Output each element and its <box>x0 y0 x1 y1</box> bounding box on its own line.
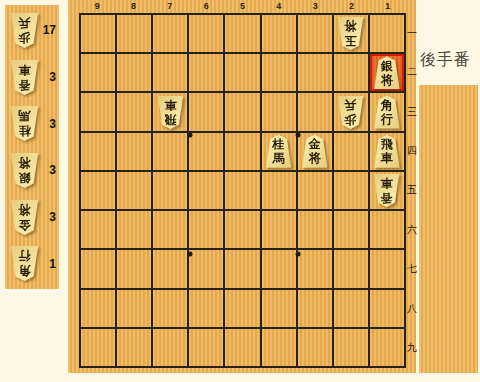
square-4-2[interactable] <box>262 54 296 91</box>
turn-indicator: 後手番 <box>420 50 480 71</box>
gote-rook-piece[interactable]: 飛車 <box>157 96 184 129</box>
square-2-8[interactable] <box>334 290 368 327</box>
file-label-2: 2 <box>333 0 369 12</box>
square-2-5[interactable] <box>334 172 368 209</box>
square-6-9[interactable] <box>189 329 223 366</box>
piece-kanji: 馬 <box>273 151 285 165</box>
square-7-5[interactable] <box>153 172 187 209</box>
square-8-7[interactable] <box>117 250 151 287</box>
piece-kanji: 将 <box>19 203 31 217</box>
square-3-2[interactable] <box>298 54 332 91</box>
square-5-2[interactable] <box>225 54 259 91</box>
square-5-7[interactable] <box>225 250 259 287</box>
square-9-2[interactable] <box>81 54 115 91</box>
rank-label-1: 一 <box>406 13 418 52</box>
piece-face: 銀将 <box>373 56 400 89</box>
file-label-9: 9 <box>79 0 115 12</box>
piece-face: 角行 <box>10 246 39 281</box>
gote-gyoku-king-piece[interactable]: 玉将 <box>337 17 364 50</box>
square-8-3[interactable] <box>117 93 151 130</box>
piece-kanji: 歩 <box>19 30 31 44</box>
square-9-6[interactable] <box>81 211 115 248</box>
piece-face: 歩兵 <box>337 96 364 129</box>
square-4-9[interactable] <box>262 329 296 366</box>
square-4-6[interactable] <box>262 211 296 248</box>
square-2-7[interactable] <box>334 250 368 287</box>
square-7-8[interactable] <box>153 290 187 327</box>
rank-label-2: 二 <box>406 52 418 91</box>
square-5-6[interactable] <box>225 211 259 248</box>
square-6-7[interactable] <box>189 250 223 287</box>
square-1-8[interactable] <box>370 290 404 327</box>
square-1-9[interactable] <box>370 329 404 366</box>
rank-label-8: 八 <box>406 289 418 328</box>
square-7-9[interactable] <box>153 329 187 366</box>
square-7-7[interactable] <box>153 250 187 287</box>
square-4-1[interactable] <box>262 15 296 52</box>
piece-face: 銀将 <box>10 153 39 188</box>
piece-kanji: 玉 <box>345 34 357 48</box>
gote-silver-general-piece[interactable]: 銀将 <box>10 153 39 188</box>
piece-face: 金将 <box>301 135 328 168</box>
square-1-1[interactable] <box>370 15 404 52</box>
hand-entry-lance[interactable]: 香車3 <box>5 54 59 101</box>
piece-kanji: 金 <box>19 217 31 231</box>
square-2-9[interactable] <box>334 329 368 366</box>
piece-face: 玉将 <box>337 17 364 50</box>
gote-lance-piece[interactable]: 香車 <box>373 174 400 207</box>
square-5-5[interactable] <box>225 172 259 209</box>
rank-label-4: 四 <box>406 131 418 170</box>
square-8-2[interactable] <box>117 54 151 91</box>
square-6-1[interactable] <box>189 15 223 52</box>
square-2-2[interactable] <box>334 54 368 91</box>
gote-pawn-piece[interactable]: 歩兵 <box>337 96 364 129</box>
square-5-1[interactable] <box>225 15 259 52</box>
square-9-8[interactable] <box>81 290 115 327</box>
square-7-6[interactable] <box>153 211 187 248</box>
hand-entry-bishop[interactable]: 角行1 <box>5 240 59 287</box>
piece-kanji: 桂 <box>19 124 31 138</box>
star-point <box>296 252 301 257</box>
square-2-6[interactable] <box>334 211 368 248</box>
square-9-4[interactable] <box>81 133 115 170</box>
square-8-5[interactable] <box>117 172 151 209</box>
rank-label-3: 三 <box>406 92 418 131</box>
square-3-4[interactable]: 金将 <box>298 133 332 170</box>
square-7-1[interactable] <box>153 15 187 52</box>
gote-bishop-piece[interactable]: 角行 <box>10 246 39 281</box>
square-6-5[interactable] <box>189 172 223 209</box>
square-5-3[interactable] <box>225 93 259 130</box>
square-3-9[interactable] <box>298 329 332 366</box>
piece-kanji: 飛 <box>381 137 393 151</box>
square-3-6[interactable] <box>298 211 332 248</box>
piece-kanji: 金 <box>309 137 321 151</box>
square-3-7[interactable] <box>298 250 332 287</box>
square-5-8[interactable] <box>225 290 259 327</box>
piece-kanji: 兵 <box>345 98 357 112</box>
piece-face: 香車 <box>10 60 39 95</box>
gote-gold-general-piece[interactable]: 金将 <box>10 200 39 235</box>
piece-kanji: 銀 <box>19 170 31 184</box>
square-4-5[interactable] <box>262 172 296 209</box>
square-8-6[interactable] <box>117 211 151 248</box>
star-point <box>188 252 193 257</box>
file-label-6: 6 <box>188 0 224 12</box>
square-5-9[interactable] <box>225 329 259 366</box>
square-2-1[interactable]: 玉将 <box>334 15 368 52</box>
piece-face: 飛車 <box>373 135 400 168</box>
file-label-4: 4 <box>261 0 297 12</box>
piece-kanji: 角 <box>381 98 393 112</box>
square-9-5[interactable] <box>81 172 115 209</box>
sente-rook-piece[interactable]: 飛車 <box>373 135 400 168</box>
hand-entry-knight[interactable]: 桂馬3 <box>5 100 59 147</box>
piece-face: 角行 <box>373 96 400 129</box>
sente-silver-general-piece[interactable]: 銀将 <box>373 56 400 89</box>
square-8-9[interactable] <box>117 329 151 366</box>
rank-labels: 一二三四五六七八九 <box>406 13 418 368</box>
square-6-4[interactable] <box>189 133 223 170</box>
gote-captured-tray: 歩兵17香車3桂馬3銀将3金将3角行1 <box>5 5 59 289</box>
piece-kanji: 将 <box>309 151 321 165</box>
square-7-3[interactable]: 飛車 <box>153 93 187 130</box>
hand-entry-gold-general[interactable]: 金将3 <box>5 194 59 241</box>
sente-bishop-piece[interactable]: 角行 <box>373 96 400 129</box>
piece-kanji: 兵 <box>19 16 31 30</box>
piece-kanji: 将 <box>345 19 357 33</box>
square-1-2[interactable]: 銀将 <box>370 54 404 91</box>
sente-knight-piece[interactable]: 桂馬 <box>265 135 292 168</box>
rank-label-7: 七 <box>406 250 418 289</box>
square-3-8[interactable] <box>298 290 332 327</box>
hand-count-lance: 3 <box>49 70 56 84</box>
piece-kanji: 香 <box>381 190 393 204</box>
square-1-3[interactable]: 角行 <box>370 93 404 130</box>
square-9-1[interactable] <box>81 15 115 52</box>
piece-kanji: 将 <box>381 73 393 87</box>
square-6-6[interactable] <box>189 211 223 248</box>
gote-lance-piece[interactable]: 香車 <box>10 60 39 95</box>
piece-kanji: 行 <box>19 250 31 264</box>
gote-pawn-piece[interactable]: 歩兵 <box>10 13 39 48</box>
hand-count-gold-general: 3 <box>49 210 56 224</box>
hand-count-bishop: 1 <box>49 257 56 271</box>
hand-count-silver-general: 3 <box>49 163 56 177</box>
square-1-5[interactable]: 香車 <box>370 172 404 209</box>
piece-kanji: 馬 <box>19 110 31 124</box>
square-8-8[interactable] <box>117 290 151 327</box>
piece-face: 桂馬 <box>10 106 39 141</box>
piece-kanji: 桂 <box>273 137 285 151</box>
piece-kanji: 車 <box>164 98 176 112</box>
hand-entry-silver-general[interactable]: 銀将3 <box>5 147 59 194</box>
file-labels: 987654321 <box>79 0 406 12</box>
square-8-1[interactable] <box>117 15 151 52</box>
hand-count-pawn: 17 <box>43 23 56 37</box>
square-7-4[interactable] <box>153 133 187 170</box>
file-label-8: 8 <box>115 0 151 12</box>
piece-kanji: 銀 <box>381 59 393 73</box>
star-point <box>188 133 193 138</box>
rank-label-9: 九 <box>406 329 418 368</box>
star-point <box>296 133 301 138</box>
square-9-7[interactable] <box>81 250 115 287</box>
square-3-1[interactable] <box>298 15 332 52</box>
file-label-5: 5 <box>224 0 260 12</box>
square-9-9[interactable] <box>81 329 115 366</box>
square-6-2[interactable] <box>189 54 223 91</box>
piece-face: 桂馬 <box>265 135 292 168</box>
square-4-8[interactable] <box>262 290 296 327</box>
piece-face: 歩兵 <box>10 13 39 48</box>
hand-entry-pawn[interactable]: 歩兵17 <box>5 7 59 54</box>
piece-kanji: 車 <box>381 151 393 165</box>
square-7-2[interactable] <box>153 54 187 91</box>
piece-face: 金将 <box>10 200 39 235</box>
gote-knight-piece[interactable]: 桂馬 <box>10 106 39 141</box>
square-1-4[interactable]: 飛車 <box>370 133 404 170</box>
square-6-3[interactable] <box>189 93 223 130</box>
piece-kanji: 飛 <box>164 112 176 126</box>
piece-kanji: 将 <box>19 156 31 170</box>
square-4-4[interactable]: 桂馬 <box>262 133 296 170</box>
square-8-4[interactable] <box>117 133 151 170</box>
square-3-5[interactable] <box>298 172 332 209</box>
board-grid: 玉将銀将飛車歩兵角行桂馬金将飛車香車 <box>79 13 406 368</box>
file-label-3: 3 <box>297 0 333 12</box>
rank-label-5: 五 <box>406 171 418 210</box>
piece-kanji: 角 <box>19 264 31 278</box>
piece-kanji: 車 <box>19 63 31 77</box>
hand-count-knight: 3 <box>49 117 56 131</box>
square-2-4[interactable] <box>334 133 368 170</box>
piece-kanji: 行 <box>381 112 393 126</box>
square-9-3[interactable] <box>81 93 115 130</box>
file-label-1: 1 <box>370 0 406 12</box>
square-6-8[interactable] <box>189 290 223 327</box>
square-1-7[interactable] <box>370 250 404 287</box>
shogi-board: 987654321 玉将銀将飛車歩兵角行桂馬金将飛車香車 一二三四五六七八九 <box>68 0 416 373</box>
piece-kanji: 香 <box>19 77 31 91</box>
square-2-3[interactable]: 歩兵 <box>334 93 368 130</box>
square-5-4[interactable] <box>225 133 259 170</box>
square-4-3[interactable] <box>262 93 296 130</box>
rank-label-6: 六 <box>406 210 418 249</box>
square-4-7[interactable] <box>262 250 296 287</box>
square-1-6[interactable] <box>370 211 404 248</box>
sente-gold-general-piece[interactable]: 金将 <box>301 135 328 168</box>
piece-kanji: 歩 <box>345 112 357 126</box>
square-3-3[interactable] <box>298 93 332 130</box>
file-label-7: 7 <box>152 0 188 12</box>
piece-face: 香車 <box>373 174 400 207</box>
sente-captured-tray <box>419 85 478 373</box>
piece-kanji: 車 <box>381 176 393 190</box>
piece-face: 飛車 <box>157 96 184 129</box>
